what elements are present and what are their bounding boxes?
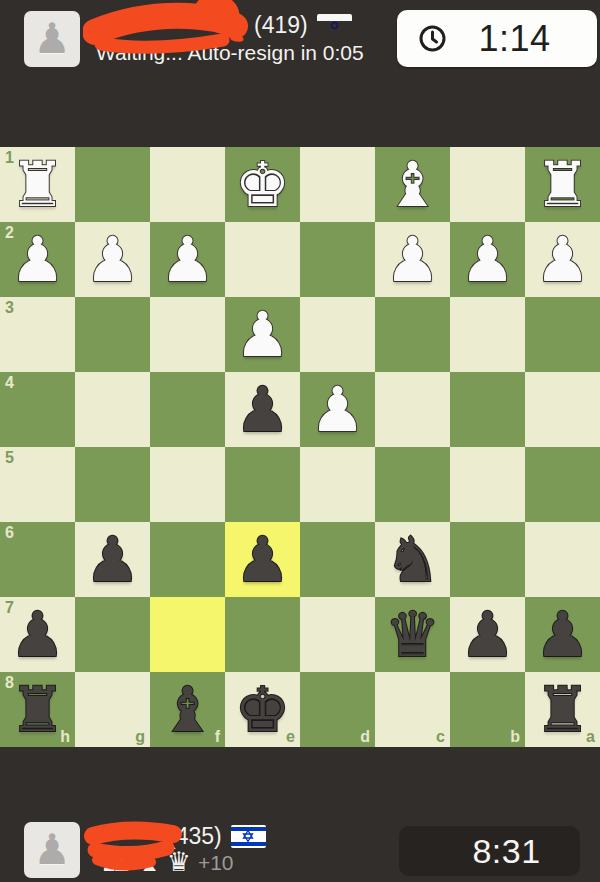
- square-e8[interactable]: e♚: [225, 672, 300, 747]
- square-c2[interactable]: ♟: [375, 222, 450, 297]
- file-label-g: g: [135, 729, 145, 745]
- square-b8[interactable]: b: [450, 672, 525, 747]
- square-b5[interactable]: [450, 447, 525, 522]
- black-pawn-b7[interactable]: ♟: [450, 597, 525, 672]
- square-g6[interactable]: ♟: [75, 522, 150, 597]
- square-e4[interactable]: ♟: [225, 372, 300, 447]
- black-king-e8[interactable]: ♚: [225, 672, 300, 747]
- square-a4[interactable]: [525, 372, 600, 447]
- square-f4[interactable]: [150, 372, 225, 447]
- captured-knight-icon: ♞: [108, 848, 132, 876]
- square-a8[interactable]: a♜: [525, 672, 600, 747]
- black-bishop-f8[interactable]: ♝: [150, 672, 225, 747]
- square-f6[interactable]: [150, 522, 225, 597]
- bottom-clock-time: 8:31: [472, 832, 540, 871]
- square-h6[interactable]: 6: [0, 522, 75, 597]
- square-c5[interactable]: [375, 447, 450, 522]
- white-pawn-d4[interactable]: ♟: [300, 372, 375, 447]
- white-pawn-b2[interactable]: ♟: [450, 222, 525, 297]
- square-c8[interactable]: c: [375, 672, 450, 747]
- captured-pieces-row: ♞♞♝♛+10: [97, 848, 234, 876]
- square-b3[interactable]: [450, 297, 525, 372]
- square-h5[interactable]: 5: [0, 447, 75, 522]
- white-pawn-f2[interactable]: ♟: [150, 222, 225, 297]
- square-h7[interactable]: 7♟: [0, 597, 75, 672]
- square-h8[interactable]: 8h♜: [0, 672, 75, 747]
- black-pawn-e6[interactable]: ♟: [225, 522, 300, 597]
- square-e1[interactable]: ♚: [225, 147, 300, 222]
- captured-bishop-icon: ♝: [137, 848, 161, 876]
- rank-label-3: 3: [5, 300, 14, 316]
- black-pawn-g6[interactable]: ♟: [75, 522, 150, 597]
- white-pawn-e3[interactable]: ♟: [225, 297, 300, 372]
- square-f5[interactable]: [150, 447, 225, 522]
- rank-label-6: 6: [5, 525, 14, 541]
- captured-queen-icon: ♛: [167, 848, 191, 876]
- square-e6[interactable]: ♟: [225, 522, 300, 597]
- top-clock-time: 1:14: [446, 18, 597, 60]
- square-b6[interactable]: [450, 522, 525, 597]
- square-e5[interactable]: [225, 447, 300, 522]
- israel-flag-icon: [231, 825, 266, 848]
- square-a3[interactable]: [525, 297, 600, 372]
- black-pawn-e4[interactable]: ♟: [225, 372, 300, 447]
- square-c3[interactable]: [375, 297, 450, 372]
- square-f7[interactable]: [150, 597, 225, 672]
- square-e7[interactable]: [225, 597, 300, 672]
- top-player-status: Waiting... Auto-resign in 0:05: [96, 40, 364, 66]
- black-rook-h8[interactable]: ♜: [0, 672, 75, 747]
- square-a1[interactable]: ♜: [525, 147, 600, 222]
- square-d2[interactable]: [300, 222, 375, 297]
- square-a6[interactable]: [525, 522, 600, 597]
- square-g4[interactable]: [75, 372, 150, 447]
- white-rook-a1[interactable]: ♜: [525, 147, 600, 222]
- india-flag-icon: [317, 14, 352, 37]
- square-c7[interactable]: ♛: [375, 597, 450, 672]
- black-queen-c7[interactable]: ♛: [375, 597, 450, 672]
- rank-label-4: 4: [5, 375, 14, 391]
- square-h2[interactable]: 2♟: [0, 222, 75, 297]
- top-player-avatar[interactable]: ♟: [24, 11, 80, 67]
- white-pawn-c2[interactable]: ♟: [375, 222, 450, 297]
- square-b4[interactable]: [450, 372, 525, 447]
- square-d3[interactable]: [300, 297, 375, 372]
- square-d7[interactable]: [300, 597, 375, 672]
- bottom-player-avatar[interactable]: ♟: [24, 822, 80, 878]
- square-d4[interactable]: ♟: [300, 372, 375, 447]
- square-c6[interactable]: ♞: [375, 522, 450, 597]
- square-g1[interactable]: [75, 147, 150, 222]
- top-player-name-row[interactable]: (419): [96, 11, 352, 39]
- square-a7[interactable]: ♟: [525, 597, 600, 672]
- chess-board[interactable]: 1♜♚♝♜2♟♟♟♟♟♟3♟4♟♟56♟♟♞7♟♛♟♟8h♜gf♝e♚dcba♜: [0, 147, 600, 747]
- white-bishop-c1[interactable]: ♝: [375, 147, 450, 222]
- square-a5[interactable]: [525, 447, 600, 522]
- file-label-d: d: [360, 729, 370, 745]
- black-knight-c6[interactable]: ♞: [375, 522, 450, 597]
- square-g2[interactable]: ♟: [75, 222, 150, 297]
- square-d5[interactable]: [300, 447, 375, 522]
- square-d8[interactable]: d: [300, 672, 375, 747]
- square-c1[interactable]: ♝: [375, 147, 450, 222]
- clock-icon: [419, 25, 446, 52]
- square-h1[interactable]: 1♜: [0, 147, 75, 222]
- black-rook-a8[interactable]: ♜: [525, 672, 600, 747]
- square-b7[interactable]: ♟: [450, 597, 525, 672]
- square-g5[interactable]: [75, 447, 150, 522]
- bottom-player-clock: 8:31: [399, 826, 580, 876]
- white-pawn-a2[interactable]: ♟: [525, 222, 600, 297]
- file-label-b: b: [510, 729, 520, 745]
- file-label-c: c: [436, 729, 445, 745]
- square-f1[interactable]: [150, 147, 225, 222]
- square-e2[interactable]: [225, 222, 300, 297]
- top-player-rating: (419): [254, 11, 308, 39]
- square-g3[interactable]: [75, 297, 150, 372]
- square-b2[interactable]: ♟: [450, 222, 525, 297]
- square-d1[interactable]: [300, 147, 375, 222]
- square-b1[interactable]: [450, 147, 525, 222]
- square-c4[interactable]: [375, 372, 450, 447]
- square-g7[interactable]: [75, 597, 150, 672]
- square-h3[interactable]: 3: [0, 297, 75, 372]
- white-pawn-g2[interactable]: ♟: [75, 222, 150, 297]
- square-f3[interactable]: [150, 297, 225, 372]
- top-player-clock: 1:14: [397, 10, 597, 67]
- pawn-avatar-icon: ♟: [33, 11, 71, 67]
- square-a2[interactable]: ♟: [525, 222, 600, 297]
- rank-label-5: 5: [5, 450, 14, 466]
- black-pawn-a7[interactable]: ♟: [525, 597, 600, 672]
- square-f2[interactable]: ♟: [150, 222, 225, 297]
- square-e3[interactable]: ♟: [225, 297, 300, 372]
- white-rook-h1[interactable]: ♜: [0, 147, 75, 222]
- white-king-e1[interactable]: ♚: [225, 147, 300, 222]
- square-g8[interactable]: g: [75, 672, 150, 747]
- material-advantage: +10: [198, 850, 234, 876]
- square-f8[interactable]: f♝: [150, 672, 225, 747]
- square-d6[interactable]: [300, 522, 375, 597]
- white-pawn-h2[interactable]: ♟: [0, 222, 75, 297]
- black-pawn-h7[interactable]: ♟: [0, 597, 75, 672]
- square-h4[interactable]: 4: [0, 372, 75, 447]
- pawn-avatar-icon: ♟: [33, 822, 71, 878]
